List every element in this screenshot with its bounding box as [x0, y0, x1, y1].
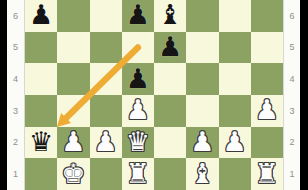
rank-label-2: 2 [7, 127, 24, 159]
rank-label-3: 3 [284, 95, 300, 127]
square-e3[interactable] [154, 95, 186, 127]
square-f2[interactable]: ♟ [186, 127, 218, 159]
square-f1[interactable]: ♝ [186, 158, 218, 190]
square-c4[interactable] [90, 63, 122, 95]
square-h6[interactable] [251, 0, 283, 32]
rank-label-4: 4 [284, 63, 300, 95]
piece-black-pawn[interactable]: ♟ [158, 31, 182, 62]
piece-black-pawn[interactable]: ♟ [126, 0, 150, 30]
square-d3[interactable]: ♟ [122, 95, 154, 127]
piece-white-queen[interactable]: ♛ [126, 126, 150, 157]
rank-label-3: 3 [7, 95, 24, 127]
right-black-bar [300, 0, 308, 190]
rank-label-4: 4 [7, 63, 24, 95]
piece-white-rook[interactable]: ♜ [255, 158, 279, 189]
square-b3[interactable] [57, 95, 89, 127]
square-e1[interactable] [154, 158, 186, 190]
square-d1[interactable]: ♜ [122, 158, 154, 190]
rank-label-2: 2 [284, 127, 300, 159]
square-a3[interactable] [25, 95, 57, 127]
rank-label-6: 6 [7, 0, 24, 32]
square-h5[interactable] [251, 32, 283, 64]
square-a4[interactable] [25, 63, 57, 95]
piece-black-pawn[interactable]: ♟ [29, 0, 53, 30]
piece-white-pawn[interactable]: ♟ [255, 94, 279, 125]
square-b6[interactable] [57, 0, 89, 32]
square-d5[interactable] [122, 32, 154, 64]
square-h1[interactable]: ♜ [251, 158, 283, 190]
rank-label-5: 5 [7, 32, 24, 64]
square-d6[interactable]: ♟ [122, 0, 154, 32]
square-e6[interactable]: ♝ [154, 0, 186, 32]
square-c5[interactable] [90, 32, 122, 64]
rank-label-1: 1 [284, 158, 300, 190]
square-c3[interactable] [90, 95, 122, 127]
piece-black-pawn[interactable]: ♟ [126, 63, 150, 94]
rank-label-5: 5 [284, 32, 300, 64]
square-h3[interactable]: ♟ [251, 95, 283, 127]
square-e4[interactable] [154, 63, 186, 95]
square-h2[interactable] [251, 127, 283, 159]
chess-board-wrap: ♟♟♝♟♟♟♟♛♟♟♛♟♟♚♜♝♜ [25, 0, 283, 190]
piece-white-bishop[interactable]: ♝ [190, 158, 214, 189]
rank-labels-left: 654321 [7, 0, 25, 190]
square-a1[interactable] [25, 158, 57, 190]
square-d4[interactable]: ♟ [122, 63, 154, 95]
square-g5[interactable] [219, 32, 251, 64]
square-a5[interactable] [25, 32, 57, 64]
chess-app-frame: 654321 ♟♟♝♟♟♟♟♛♟♟♛♟♟♚♜♝♜ 654321 [0, 0, 308, 190]
square-g4[interactable] [219, 63, 251, 95]
square-b1[interactable]: ♚ [57, 158, 89, 190]
square-h4[interactable] [251, 63, 283, 95]
square-c1[interactable] [90, 158, 122, 190]
square-b4[interactable] [57, 63, 89, 95]
rank-labels-right: 654321 [283, 0, 300, 190]
square-f6[interactable] [186, 0, 218, 32]
square-g6[interactable] [219, 0, 251, 32]
square-f3[interactable] [186, 95, 218, 127]
square-e5[interactable]: ♟ [154, 32, 186, 64]
square-b5[interactable] [57, 32, 89, 64]
square-a2[interactable]: ♛ [25, 127, 57, 159]
piece-white-pawn[interactable]: ♟ [190, 126, 214, 157]
piece-white-pawn[interactable]: ♟ [223, 126, 247, 157]
piece-white-king[interactable]: ♚ [61, 158, 85, 189]
square-b2[interactable]: ♟ [57, 127, 89, 159]
square-f5[interactable] [186, 32, 218, 64]
square-d2[interactable]: ♛ [122, 127, 154, 159]
square-g1[interactable] [219, 158, 251, 190]
piece-white-rook[interactable]: ♜ [126, 158, 150, 189]
square-g3[interactable] [219, 95, 251, 127]
square-f4[interactable] [186, 63, 218, 95]
square-c6[interactable] [90, 0, 122, 32]
square-c2[interactable]: ♟ [90, 127, 122, 159]
piece-black-queen[interactable]: ♛ [29, 126, 53, 157]
piece-white-pawn[interactable]: ♟ [126, 94, 150, 125]
square-a6[interactable]: ♟ [25, 0, 57, 32]
square-g2[interactable]: ♟ [219, 127, 251, 159]
left-black-bar [0, 0, 7, 190]
chess-board[interactable]: ♟♟♝♟♟♟♟♛♟♟♛♟♟♚♜♝♜ [25, 0, 283, 190]
square-e2[interactable] [154, 127, 186, 159]
piece-white-pawn[interactable]: ♟ [61, 126, 85, 157]
piece-black-bishop[interactable]: ♝ [158, 0, 182, 30]
rank-label-1: 1 [7, 158, 24, 190]
piece-white-pawn[interactable]: ♟ [94, 126, 118, 157]
rank-label-6: 6 [284, 0, 300, 32]
